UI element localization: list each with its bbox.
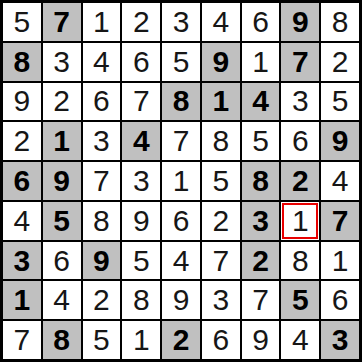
cell-r2c8[interactable]: 7 bbox=[281, 43, 319, 81]
cell-digit: 7 bbox=[292, 45, 309, 79]
cell-digit: 4 bbox=[332, 164, 349, 198]
cell-r1c3[interactable]: 1 bbox=[83, 3, 121, 41]
cell-digit: 9 bbox=[14, 84, 31, 118]
cell-r1c1[interactable]: 5 bbox=[3, 3, 41, 41]
cell-digit: 6 bbox=[332, 283, 349, 317]
cell-r9c3[interactable]: 5 bbox=[83, 321, 121, 359]
cell-r4c7[interactable]: 5 bbox=[242, 122, 280, 160]
cell-digit: 8 bbox=[93, 204, 110, 238]
cell-r4c3[interactable]: 3 bbox=[83, 122, 121, 160]
cell-digit: 1 bbox=[173, 164, 190, 198]
cell-r6c6[interactable]: 2 bbox=[202, 202, 240, 240]
cell-digit: 1 bbox=[252, 45, 269, 79]
cell-r7c4[interactable]: 5 bbox=[122, 242, 160, 280]
cell-digit: 1 bbox=[53, 124, 70, 158]
cell-r9c4[interactable]: 1 bbox=[122, 321, 160, 359]
cell-r7c8[interactable]: 8 bbox=[281, 242, 319, 280]
cell-r7c9[interactable]: 1 bbox=[321, 242, 359, 280]
cell-r3c1[interactable]: 9 bbox=[3, 83, 41, 121]
cell-r6c1[interactable]: 4 bbox=[3, 202, 41, 240]
cell-digit: 2 bbox=[93, 283, 110, 317]
cell-r8c6[interactable]: 3 bbox=[202, 281, 240, 319]
cell-digit: 5 bbox=[93, 323, 110, 357]
cell-digit: 3 bbox=[292, 84, 309, 118]
cell-r4c8[interactable]: 6 bbox=[281, 122, 319, 160]
cell-r1c8[interactable]: 9 bbox=[281, 3, 319, 41]
cell-r6c5[interactable]: 6 bbox=[162, 202, 200, 240]
cell-digit: 2 bbox=[53, 84, 70, 118]
cell-digit: 4 bbox=[212, 5, 229, 39]
cell-digit: 6 bbox=[133, 45, 150, 79]
cell-r9c1[interactable]: 7 bbox=[3, 321, 41, 359]
cell-r4c4[interactable]: 4 bbox=[122, 122, 160, 160]
cell-digit: 1 bbox=[332, 244, 349, 278]
cell-r9c8[interactable]: 4 bbox=[281, 321, 319, 359]
cell-r4c5[interactable]: 7 bbox=[162, 122, 200, 160]
cell-r7c1[interactable]: 3 bbox=[3, 242, 41, 280]
cell-digit: 4 bbox=[14, 204, 31, 238]
cell-r1c4[interactable]: 2 bbox=[122, 3, 160, 41]
cell-digit: 6 bbox=[173, 204, 190, 238]
cell-digit: 4 bbox=[53, 283, 70, 317]
cell-digit: 5 bbox=[173, 45, 190, 79]
cell-r1c9[interactable]: 8 bbox=[321, 3, 359, 41]
cell-r2c5[interactable]: 5 bbox=[162, 43, 200, 81]
cell-digit: 3 bbox=[93, 124, 110, 158]
cell-r7c5[interactable]: 4 bbox=[162, 242, 200, 280]
cell-digit: 7 bbox=[173, 124, 190, 158]
cell-digit: 8 bbox=[53, 323, 70, 357]
cell-r8c4[interactable]: 8 bbox=[122, 281, 160, 319]
cell-digit: 7 bbox=[133, 84, 150, 118]
cell-r1c2[interactable]: 7 bbox=[43, 3, 81, 41]
cell-digit: 4 bbox=[133, 124, 150, 158]
cell-digit: 7 bbox=[53, 5, 70, 39]
cell-r8c2[interactable]: 4 bbox=[43, 281, 81, 319]
sudoku-board: 5712346988346591729267814352134785696973… bbox=[0, 0, 362, 362]
cell-r3c2[interactable]: 2 bbox=[43, 83, 81, 121]
cell-digit: 8 bbox=[212, 124, 229, 158]
cell-digit: 6 bbox=[212, 323, 229, 357]
cell-r9c2[interactable]: 8 bbox=[43, 321, 81, 359]
cell-digit: 7 bbox=[212, 244, 229, 278]
cell-digit: 3 bbox=[53, 45, 70, 79]
cell-digit: 6 bbox=[292, 124, 309, 158]
cell-r9c7[interactable]: 9 bbox=[242, 321, 280, 359]
cell-r7c3[interactable]: 9 bbox=[83, 242, 121, 280]
cell-r9c6[interactable]: 6 bbox=[202, 321, 240, 359]
cell-r1c6[interactable]: 4 bbox=[202, 3, 240, 41]
cell-digit: 9 bbox=[133, 204, 150, 238]
cell-r4c6[interactable]: 8 bbox=[202, 122, 240, 160]
cell-r3c7[interactable]: 4 bbox=[242, 83, 280, 121]
cell-r8c1[interactable]: 1 bbox=[3, 281, 41, 319]
cell-digit: 8 bbox=[292, 244, 309, 278]
cell-r7c7[interactable]: 2 bbox=[242, 242, 280, 280]
cell-digit: 2 bbox=[292, 164, 309, 198]
cell-digit: 5 bbox=[53, 204, 70, 238]
cell-r2c9[interactable]: 2 bbox=[321, 43, 359, 81]
cell-digit: 7 bbox=[14, 323, 31, 357]
cell-digit: 3 bbox=[332, 323, 349, 357]
cell-r4c1[interactable]: 2 bbox=[3, 122, 41, 160]
cell-r4c2[interactable]: 1 bbox=[43, 122, 81, 160]
cell-digit: 9 bbox=[173, 283, 190, 317]
cell-digit: 1 bbox=[133, 323, 150, 357]
cell-r3c8[interactable]: 3 bbox=[281, 83, 319, 121]
cell-r6c2[interactable]: 5 bbox=[43, 202, 81, 240]
cell-r5c9[interactable]: 4 bbox=[321, 162, 359, 200]
cell-digit: 9 bbox=[252, 323, 269, 357]
cell-digit: 7 bbox=[93, 164, 110, 198]
cell-r3c4[interactable]: 7 bbox=[122, 83, 160, 121]
cell-r2c4[interactable]: 6 bbox=[122, 43, 160, 81]
cell-digit: 1 bbox=[14, 283, 31, 317]
cell-r3c3[interactable]: 6 bbox=[83, 83, 121, 121]
cell-r5c3[interactable]: 7 bbox=[83, 162, 121, 200]
cell-digit: 2 bbox=[212, 204, 229, 238]
cell-digit: 5 bbox=[14, 5, 31, 39]
cell-digit: 8 bbox=[252, 164, 269, 198]
cell-digit: 9 bbox=[93, 244, 110, 278]
cell-r2c2[interactable]: 3 bbox=[43, 43, 81, 81]
cell-digit: 4 bbox=[252, 84, 269, 118]
cell-digit: 4 bbox=[173, 244, 190, 278]
cell-digit: 9 bbox=[292, 5, 309, 39]
cell-digit: 7 bbox=[252, 283, 269, 317]
cell-r6c7[interactable]: 3 bbox=[242, 202, 280, 240]
cell-digit: 5 bbox=[133, 244, 150, 278]
cell-r2c3[interactable]: 4 bbox=[83, 43, 121, 81]
cell-r1c7[interactable]: 6 bbox=[242, 3, 280, 41]
cell-digit: 2 bbox=[14, 124, 31, 158]
cell-r9c9[interactable]: 3 bbox=[321, 321, 359, 359]
cell-r9c5[interactable]: 2 bbox=[162, 321, 200, 359]
cell-digit: 9 bbox=[332, 124, 349, 158]
cell-r8c7[interactable]: 7 bbox=[242, 281, 280, 319]
cell-r5c7[interactable]: 8 bbox=[242, 162, 280, 200]
cell-r6c8[interactable]: 1 bbox=[281, 202, 319, 240]
cell-digit: 4 bbox=[93, 45, 110, 79]
cell-digit: 2 bbox=[133, 5, 150, 39]
cell-digit: 6 bbox=[93, 84, 110, 118]
cell-digit: 3 bbox=[14, 244, 31, 278]
cell-r1c5[interactable]: 3 bbox=[162, 3, 200, 41]
cell-digit: 3 bbox=[133, 164, 150, 198]
cell-r7c2[interactable]: 6 bbox=[43, 242, 81, 280]
cell-r5c1[interactable]: 6 bbox=[3, 162, 41, 200]
cell-digit: 8 bbox=[133, 283, 150, 317]
cell-r4c9[interactable]: 9 bbox=[321, 122, 359, 160]
cell-digit: 6 bbox=[252, 5, 269, 39]
cell-r2c1[interactable]: 8 bbox=[3, 43, 41, 81]
cell-digit: 8 bbox=[14, 45, 31, 79]
cell-digit: 2 bbox=[252, 244, 269, 278]
cell-digit: 2 bbox=[332, 45, 349, 79]
cell-r8c5[interactable]: 9 bbox=[162, 281, 200, 319]
cell-digit: 5 bbox=[252, 124, 269, 158]
cell-r2c6[interactable]: 9 bbox=[202, 43, 240, 81]
cell-digit: 9 bbox=[53, 164, 70, 198]
cell-digit: 5 bbox=[292, 283, 309, 317]
cell-r6c9[interactable]: 7 bbox=[321, 202, 359, 240]
cell-digit: 7 bbox=[332, 204, 349, 238]
cell-r3c9[interactable]: 5 bbox=[321, 83, 359, 121]
cell-r3c5[interactable]: 8 bbox=[162, 83, 200, 121]
cell-digit: 4 bbox=[292, 323, 309, 357]
cell-digit: 6 bbox=[14, 164, 31, 198]
cell-digit: 5 bbox=[212, 164, 229, 198]
cell-digit: 8 bbox=[332, 5, 349, 39]
cell-r5c8[interactable]: 2 bbox=[281, 162, 319, 200]
cell-digit: 1 bbox=[93, 5, 110, 39]
cell-r2c7[interactable]: 1 bbox=[242, 43, 280, 81]
cell-r5c2[interactable]: 9 bbox=[43, 162, 81, 200]
cell-digit: 9 bbox=[212, 45, 229, 79]
cell-r8c9[interactable]: 6 bbox=[321, 281, 359, 319]
cell-digit: 3 bbox=[212, 283, 229, 317]
cell-digit: 8 bbox=[173, 84, 190, 118]
cell-digit: 5 bbox=[332, 84, 349, 118]
cell-r8c3[interactable]: 2 bbox=[83, 281, 121, 319]
cell-digit: 3 bbox=[252, 204, 269, 238]
cell-digit: 6 bbox=[53, 244, 70, 278]
cell-r5c5[interactable]: 1 bbox=[162, 162, 200, 200]
cell-digit: 1 bbox=[292, 204, 309, 238]
cell-r5c4[interactable]: 3 bbox=[122, 162, 160, 200]
cell-r5c6[interactable]: 5 bbox=[202, 162, 240, 200]
cell-r6c4[interactable]: 9 bbox=[122, 202, 160, 240]
cell-digit: 1 bbox=[212, 84, 229, 118]
cell-r3c6[interactable]: 1 bbox=[202, 83, 240, 121]
cell-r8c8[interactable]: 5 bbox=[281, 281, 319, 319]
cell-digit: 2 bbox=[173, 323, 190, 357]
cell-r6c3[interactable]: 8 bbox=[83, 202, 121, 240]
cell-digit: 3 bbox=[173, 5, 190, 39]
cell-r7c6[interactable]: 7 bbox=[202, 242, 240, 280]
